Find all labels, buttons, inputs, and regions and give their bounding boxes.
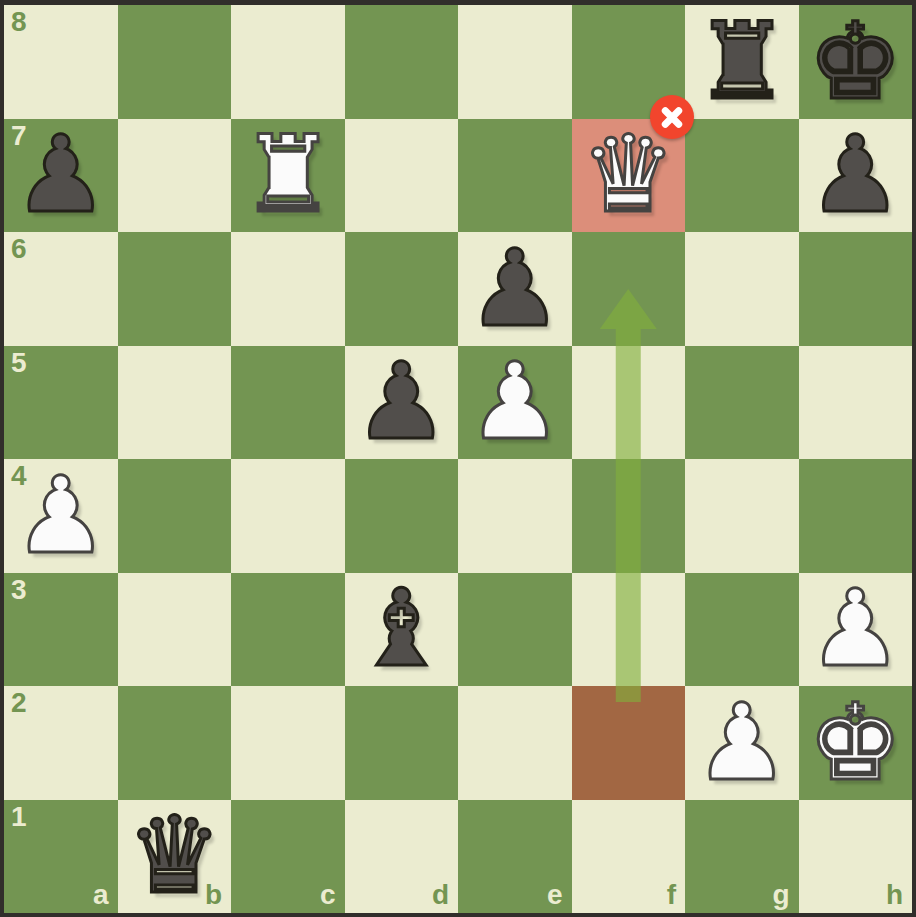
piece-black-pawn-a7[interactable]: ♟ bbox=[4, 119, 118, 233]
mistake-x-badge bbox=[650, 95, 694, 139]
piece-black-pawn-h7[interactable]: ♟ bbox=[799, 119, 913, 233]
square-e4[interactable] bbox=[458, 459, 572, 573]
square-h6[interactable] bbox=[799, 232, 913, 346]
piece-black-pawn-e6[interactable]: ♟ bbox=[458, 232, 572, 346]
square-d8[interactable] bbox=[345, 5, 459, 119]
rank-label-2: 2 bbox=[11, 689, 27, 717]
piece-white-king-h2[interactable]: ♚ bbox=[799, 686, 913, 800]
square-g1[interactable]: g bbox=[685, 800, 799, 914]
square-f6[interactable] bbox=[572, 232, 686, 346]
square-c6[interactable] bbox=[231, 232, 345, 346]
file-label-c: c bbox=[320, 881, 336, 909]
square-e3[interactable] bbox=[458, 573, 572, 687]
square-c1[interactable]: c bbox=[231, 800, 345, 914]
square-g4[interactable] bbox=[685, 459, 799, 573]
square-a1[interactable]: 1a bbox=[4, 800, 118, 914]
square-e5[interactable]: ♟ bbox=[458, 346, 572, 460]
file-label-d: d bbox=[432, 881, 449, 909]
square-e2[interactable] bbox=[458, 686, 572, 800]
square-b1[interactable]: b♛ bbox=[118, 800, 232, 914]
piece-white-pawn-e5[interactable]: ♟ bbox=[458, 346, 572, 460]
square-f4[interactable] bbox=[572, 459, 686, 573]
piece-black-king-h8[interactable]: ♚ bbox=[799, 5, 913, 119]
piece-black-pawn-d5[interactable]: ♟ bbox=[345, 346, 459, 460]
square-b2[interactable] bbox=[118, 686, 232, 800]
chess-board: 8♜♚7♟♜♛♟6♟5♟♟4♟3♝♟2♟♚1ab♛cdefgh bbox=[4, 5, 912, 913]
square-d1[interactable]: d bbox=[345, 800, 459, 914]
square-b6[interactable] bbox=[118, 232, 232, 346]
square-g5[interactable] bbox=[685, 346, 799, 460]
square-a8[interactable]: 8 bbox=[4, 5, 118, 119]
square-a6[interactable]: 6 bbox=[4, 232, 118, 346]
square-e8[interactable] bbox=[458, 5, 572, 119]
square-a2[interactable]: 2 bbox=[4, 686, 118, 800]
rank-label-3: 3 bbox=[11, 576, 27, 604]
square-e7[interactable] bbox=[458, 119, 572, 233]
square-f1[interactable]: f bbox=[572, 800, 686, 914]
square-f5[interactable] bbox=[572, 346, 686, 460]
square-g3[interactable] bbox=[685, 573, 799, 687]
square-h8[interactable]: ♚ bbox=[799, 5, 913, 119]
square-f3[interactable] bbox=[572, 573, 686, 687]
square-c7[interactable]: ♜ bbox=[231, 119, 345, 233]
piece-white-pawn-h3[interactable]: ♟ bbox=[799, 573, 913, 687]
square-a7[interactable]: 7♟ bbox=[4, 119, 118, 233]
square-g8[interactable]: ♜ bbox=[685, 5, 799, 119]
piece-black-rook-g8[interactable]: ♜ bbox=[685, 5, 799, 119]
square-h5[interactable] bbox=[799, 346, 913, 460]
rank-label-5: 5 bbox=[11, 349, 27, 377]
file-label-f: f bbox=[667, 881, 676, 909]
square-c2[interactable] bbox=[231, 686, 345, 800]
square-g2[interactable]: ♟ bbox=[685, 686, 799, 800]
square-h1[interactable]: h bbox=[799, 800, 913, 914]
file-label-h: h bbox=[886, 881, 903, 909]
square-e1[interactable]: e bbox=[458, 800, 572, 914]
square-b3[interactable] bbox=[118, 573, 232, 687]
piece-white-pawn-a4[interactable]: ♟ bbox=[4, 459, 118, 573]
square-d7[interactable] bbox=[345, 119, 459, 233]
square-a3[interactable]: 3 bbox=[4, 573, 118, 687]
square-d4[interactable] bbox=[345, 459, 459, 573]
square-h4[interactable] bbox=[799, 459, 913, 573]
file-label-g: g bbox=[772, 881, 789, 909]
square-b5[interactable] bbox=[118, 346, 232, 460]
piece-black-queen-b1[interactable]: ♛ bbox=[118, 800, 232, 914]
rank-label-1: 1 bbox=[11, 803, 27, 831]
square-d2[interactable] bbox=[345, 686, 459, 800]
square-b4[interactable] bbox=[118, 459, 232, 573]
piece-white-pawn-g2[interactable]: ♟ bbox=[685, 686, 799, 800]
square-a4[interactable]: 4♟ bbox=[4, 459, 118, 573]
square-c8[interactable] bbox=[231, 5, 345, 119]
piece-black-bishop-d3[interactable]: ♝ bbox=[345, 573, 459, 687]
square-e6[interactable]: ♟ bbox=[458, 232, 572, 346]
square-f2[interactable] bbox=[572, 686, 686, 800]
square-d6[interactable] bbox=[345, 232, 459, 346]
square-c3[interactable] bbox=[231, 573, 345, 687]
square-c5[interactable] bbox=[231, 346, 345, 460]
file-label-a: a bbox=[93, 881, 109, 909]
square-b8[interactable] bbox=[118, 5, 232, 119]
file-label-e: e bbox=[547, 881, 563, 909]
square-d5[interactable]: ♟ bbox=[345, 346, 459, 460]
square-g7[interactable] bbox=[685, 119, 799, 233]
square-h3[interactable]: ♟ bbox=[799, 573, 913, 687]
square-c4[interactable] bbox=[231, 459, 345, 573]
rank-label-6: 6 bbox=[11, 235, 27, 263]
square-g6[interactable] bbox=[685, 232, 799, 346]
piece-white-rook-c7[interactable]: ♜ bbox=[231, 119, 345, 233]
square-d3[interactable]: ♝ bbox=[345, 573, 459, 687]
square-a5[interactable]: 5 bbox=[4, 346, 118, 460]
square-b7[interactable] bbox=[118, 119, 232, 233]
square-h7[interactable]: ♟ bbox=[799, 119, 913, 233]
rank-label-8: 8 bbox=[11, 8, 27, 36]
square-h2[interactable]: ♚ bbox=[799, 686, 913, 800]
